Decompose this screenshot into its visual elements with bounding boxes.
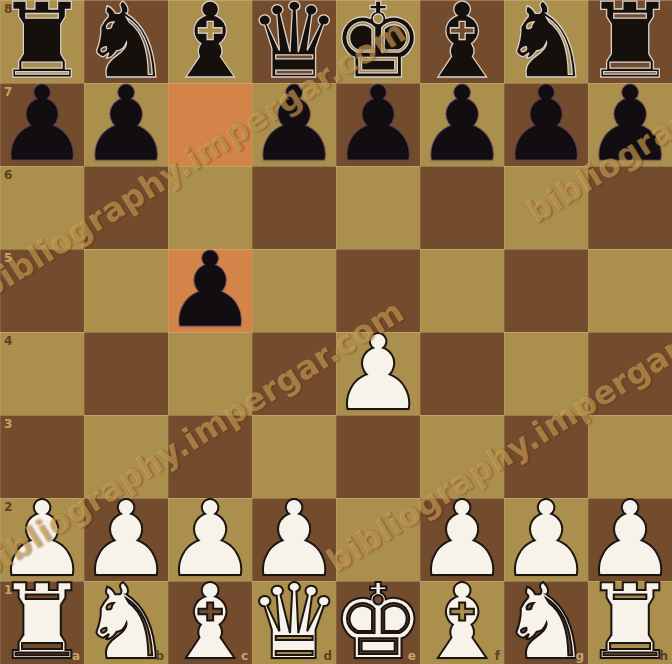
square-f5[interactable] [420,249,504,332]
square-c8[interactable]: ♝ [168,0,252,83]
square-h6[interactable] [588,166,672,249]
piece-black-pawn[interactable]: ♟ [415,83,508,166]
rank-label-6: 6 [4,169,12,181]
rank-label-7: 7 [4,86,12,98]
rank-label-5: 5 [4,252,12,264]
rank-label-1: 1 [4,584,12,596]
square-h4[interactable] [588,332,672,415]
square-f6[interactable] [420,166,504,249]
piece-black-pawn[interactable]: ♟ [247,83,340,166]
square-d5[interactable] [252,249,336,332]
square-d6[interactable] [252,166,336,249]
square-b6[interactable] [84,166,168,249]
square-d7[interactable]: ♟ [252,83,336,166]
square-b1[interactable]: b♞ [84,581,168,664]
piece-black-pawn[interactable]: ♟ [583,83,672,166]
square-g7[interactable]: ♟ [504,83,588,166]
square-f7[interactable]: ♟ [420,83,504,166]
square-b7[interactable]: ♟ [84,83,168,166]
square-h1[interactable]: h♜ [588,581,672,664]
square-e1[interactable]: e♚ [336,581,420,664]
file-label-h: h [659,650,668,662]
square-e3[interactable] [336,415,420,498]
square-f4[interactable] [420,332,504,415]
square-g1[interactable]: g♞ [504,581,588,664]
square-g4[interactable] [504,332,588,415]
square-d1[interactable]: d♛ [252,581,336,664]
piece-black-pawn[interactable]: ♟ [163,249,256,332]
square-c4[interactable] [168,332,252,415]
piece-black-pawn[interactable]: ♟ [79,83,172,166]
square-c7[interactable] [168,83,252,166]
chessboard-screenshot: 8♜♞♝♛♚♝♞♜7♟♟♟♟♟♟♟65♟4♟32♟♟♟♟♟♟♟1a♜b♞c♝d♛… [0,0,672,664]
square-g6[interactable] [504,166,588,249]
rank-label-8: 8 [4,3,12,15]
chess-board: 8♜♞♝♛♚♝♞♜7♟♟♟♟♟♟♟65♟4♟32♟♟♟♟♟♟♟1a♜b♞c♝d♛… [0,0,672,664]
rank-label-3: 3 [4,418,12,430]
square-a4[interactable]: 4 [0,332,84,415]
rank-label-2: 2 [4,501,12,513]
square-a6[interactable]: 6 [0,166,84,249]
square-b4[interactable] [84,332,168,415]
square-h7[interactable]: ♟ [588,83,672,166]
square-e4[interactable]: ♟ [336,332,420,415]
square-d4[interactable] [252,332,336,415]
square-g5[interactable] [504,249,588,332]
square-b5[interactable] [84,249,168,332]
square-c1[interactable]: c♝ [168,581,252,664]
square-a7[interactable]: 7♟ [0,83,84,166]
square-h5[interactable] [588,249,672,332]
rank-label-4: 4 [4,335,12,347]
square-a5[interactable]: 5 [0,249,84,332]
piece-black-pawn[interactable]: ♟ [0,83,89,166]
piece-white-pawn[interactable]: ♟ [331,332,424,415]
square-e7[interactable]: ♟ [336,83,420,166]
square-c5[interactable]: ♟ [168,249,252,332]
piece-black-pawn[interactable]: ♟ [499,83,592,166]
square-a1[interactable]: 1a♜ [0,581,84,664]
piece-black-bishop[interactable]: ♝ [163,0,256,83]
square-e6[interactable] [336,166,420,249]
square-f1[interactable]: f♝ [420,581,504,664]
piece-black-pawn[interactable]: ♟ [331,83,424,166]
